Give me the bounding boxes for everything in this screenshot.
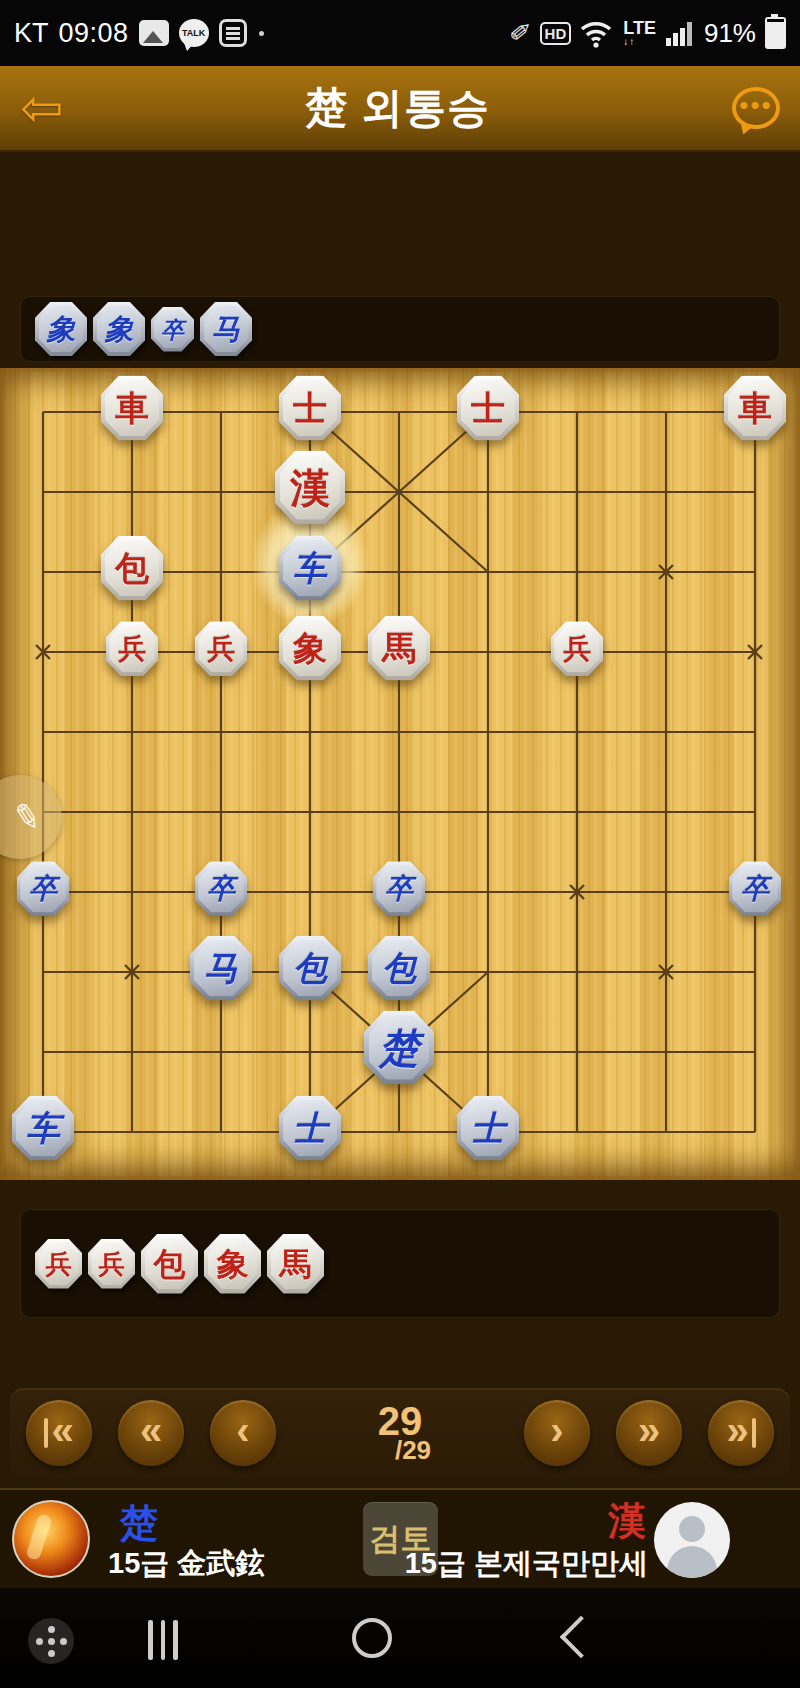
step-backward-button[interactable]: ‹	[210, 1400, 276, 1466]
fast-backward-button[interactable]: «	[118, 1400, 184, 1466]
fast-forward-button[interactable]: »	[616, 1400, 682, 1466]
recents-icon[interactable]	[148, 1620, 178, 1660]
piece-blue-卒[interactable]: 卒	[729, 861, 781, 916]
piece-red-兵[interactable]: 兵	[106, 621, 158, 676]
piece-blue-卒[interactable]: 卒	[195, 861, 247, 916]
piece-red-士[interactable]: 士	[279, 376, 341, 441]
title-bar: ⇦ 楚 외통승 •••	[0, 66, 800, 152]
battery-percent: 91%	[704, 18, 756, 49]
captured-tray-bottom: 兵兵包象馬	[20, 1209, 780, 1318]
captured-piece-象: 象	[93, 302, 145, 356]
battery-icon	[765, 17, 786, 49]
captured-tray-top: 象象卒马	[20, 296, 780, 362]
app-screen: KT 09:08 TALK ✐ HD LTE↓↑ 91%	[0, 0, 800, 1688]
piece-red-象[interactable]: 象	[279, 616, 341, 681]
spen-icon: ✐	[507, 16, 532, 49]
photo-icon	[139, 20, 169, 46]
piece-red-士[interactable]: 士	[457, 376, 519, 441]
back-icon[interactable]	[560, 1616, 602, 1658]
skip-to-end-button[interactable]: »	[708, 1400, 774, 1466]
hd-icon: HD	[540, 22, 572, 45]
step-forward-button[interactable]: ›	[524, 1400, 590, 1466]
home-icon[interactable]	[352, 1618, 392, 1658]
kakaotalk-icon: TALK	[179, 19, 209, 47]
nav-group-forward: ›»»	[524, 1400, 774, 1466]
pencil-icon: ✎	[9, 794, 45, 839]
skip-to-start-button[interactable]: «	[26, 1400, 92, 1466]
page-title: 楚 외통승	[305, 80, 490, 136]
status-bar: KT 09:08 TALK ✐ HD LTE↓↑ 91%	[0, 0, 800, 66]
piece-blue-车[interactable]: 车	[12, 1096, 74, 1161]
chat-bubble-icon[interactable]: •••	[732, 87, 780, 129]
clock: 09:08	[59, 18, 129, 49]
nav-group-back: ««‹	[26, 1400, 276, 1466]
captured-piece-兵: 兵	[88, 1239, 135, 1289]
player-bar: 楚 15급 金武鉉 검토 漢 15급 본제국만만세	[0, 1488, 800, 1590]
left-side-glyph: 楚	[120, 1498, 158, 1549]
notification-dot	[259, 31, 264, 36]
piece-blue-士[interactable]: 士	[279, 1096, 341, 1161]
android-nav-bar	[0, 1588, 800, 1688]
move-navigation-panel: ««‹ 29 /29 ›»»	[10, 1388, 790, 1478]
move-total: /29	[395, 1435, 431, 1465]
left-player-avatar[interactable]	[12, 1500, 90, 1578]
right-player-name: 15급 본제국만만세	[405, 1544, 648, 1584]
lte-icon: LTE↓↑	[623, 19, 656, 47]
piece-red-兵[interactable]: 兵	[195, 621, 247, 676]
game-tools-icon[interactable]	[28, 1618, 74, 1664]
captured-piece-马: 马	[200, 302, 252, 356]
back-arrow-icon[interactable]: ⇦	[20, 82, 64, 134]
person-icon	[679, 1516, 705, 1542]
piece-blue-楚[interactable]: 楚	[364, 1011, 434, 1085]
signal-icon	[665, 18, 695, 48]
right-side-glyph: 漢	[608, 1496, 646, 1547]
piece-red-車[interactable]: 車	[724, 376, 786, 441]
piece-red-馬[interactable]: 馬	[368, 616, 430, 681]
piece-blue-包[interactable]: 包	[368, 936, 430, 1001]
piece-blue-卒[interactable]: 卒	[373, 861, 425, 916]
piece-red-兵[interactable]: 兵	[551, 621, 603, 676]
left-player-name: 15급 金武鉉	[108, 1544, 264, 1584]
piece-blue-卒[interactable]: 卒	[17, 861, 69, 916]
piece-red-包[interactable]: 包	[101, 536, 163, 601]
right-player-avatar[interactable]	[654, 1502, 730, 1578]
captured-piece-象: 象	[204, 1234, 261, 1294]
captured-piece-象: 象	[35, 302, 87, 356]
captured-piece-馬: 馬	[267, 1234, 324, 1294]
piece-red-漢[interactable]: 漢	[275, 451, 345, 525]
piece-blue-包[interactable]: 包	[279, 936, 341, 1001]
captured-piece-兵: 兵	[35, 1239, 82, 1289]
wifi-icon	[580, 18, 614, 48]
captured-piece-卒: 卒	[151, 307, 194, 352]
board[interactable]: 車士士車漢包车兵兵象馬兵卒卒卒卒马包包楚车士士	[0, 368, 800, 1180]
move-counter: 29 /29	[369, 1403, 431, 1462]
captured-piece-包: 包	[141, 1234, 198, 1294]
piece-blue-士[interactable]: 士	[457, 1096, 519, 1161]
piece-blue-马[interactable]: 马	[190, 936, 252, 1001]
app-icon	[219, 19, 247, 47]
piece-blue-车[interactable]: 车	[279, 536, 341, 601]
carrier-label: KT	[14, 18, 49, 49]
piece-red-車[interactable]: 車	[101, 376, 163, 441]
